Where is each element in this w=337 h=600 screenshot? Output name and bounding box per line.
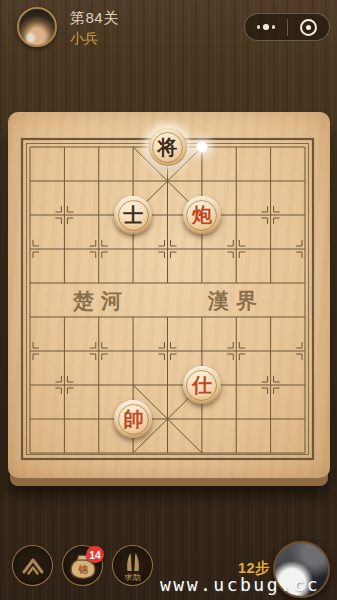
wechat-capsule — [244, 13, 330, 41]
exit-button[interactable] — [288, 19, 330, 36]
xiangqi-board[interactable] — [8, 112, 330, 478]
level-difficulty: 小兵 — [70, 31, 119, 45]
target-circle-icon — [300, 19, 317, 36]
dot-icon — [263, 24, 269, 30]
collapse-button[interactable] — [12, 545, 53, 586]
svg-text:锦: 锦 — [77, 563, 88, 574]
dot-icon — [272, 25, 276, 29]
help-label: 求助 — [113, 574, 152, 582]
watermark: www.ucbug.cc — [160, 574, 320, 595]
more-options-button[interactable] — [245, 24, 287, 30]
piece-将[interactable]: 将 — [149, 128, 187, 166]
app-screen: 第84关 小兵 — [0, 0, 337, 600]
level-title: 第84关 — [70, 10, 119, 25]
piece-士[interactable]: 士 — [114, 196, 152, 234]
level-info: 第84关 小兵 — [70, 10, 119, 45]
player-avatar[interactable] — [17, 7, 57, 47]
praying-hands-icon — [121, 551, 145, 573]
dot-icon — [257, 25, 261, 29]
ask-help-button[interactable]: 求助 — [112, 545, 153, 586]
piece-帥[interactable]: 帥 — [114, 400, 152, 438]
chevron-up-icon — [19, 552, 47, 580]
piece-仕[interactable]: 仕 — [183, 366, 221, 404]
piece-炮[interactable]: 炮 — [183, 196, 221, 234]
hint-count-badge: 14 — [86, 546, 104, 563]
